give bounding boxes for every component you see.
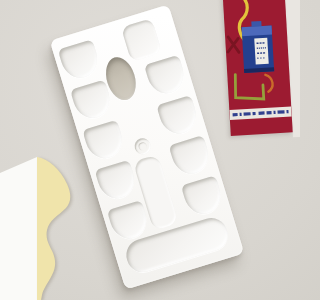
molded-emblem xyxy=(133,136,153,156)
red-book-corner xyxy=(221,0,300,147)
well-right-3 xyxy=(156,95,200,138)
well-right-5 xyxy=(181,175,225,218)
well-right-4 xyxy=(169,135,213,178)
well-left-3 xyxy=(82,120,126,163)
well-right-1-square xyxy=(121,18,162,62)
well-left-4 xyxy=(95,160,139,203)
cream-wavy-edge xyxy=(37,157,70,300)
well-left-1 xyxy=(58,39,102,82)
white-title-band xyxy=(229,106,291,120)
white-sheet xyxy=(0,157,37,300)
blue-parcel-illustration xyxy=(241,20,274,73)
cream-palette-shape xyxy=(0,140,100,300)
cream-palette-corner xyxy=(0,140,100,300)
green-outline-doodle xyxy=(234,73,263,101)
well-right-2 xyxy=(144,55,188,98)
book-doodle-art xyxy=(223,0,293,136)
red-book-cover xyxy=(223,0,293,136)
parcel-white-label xyxy=(254,38,268,65)
orange-curl-doodle xyxy=(265,74,273,91)
dark-red-cross-doodle xyxy=(227,36,239,53)
photo-canvas: { "game": "none - not a board game; phot… xyxy=(0,0,300,300)
